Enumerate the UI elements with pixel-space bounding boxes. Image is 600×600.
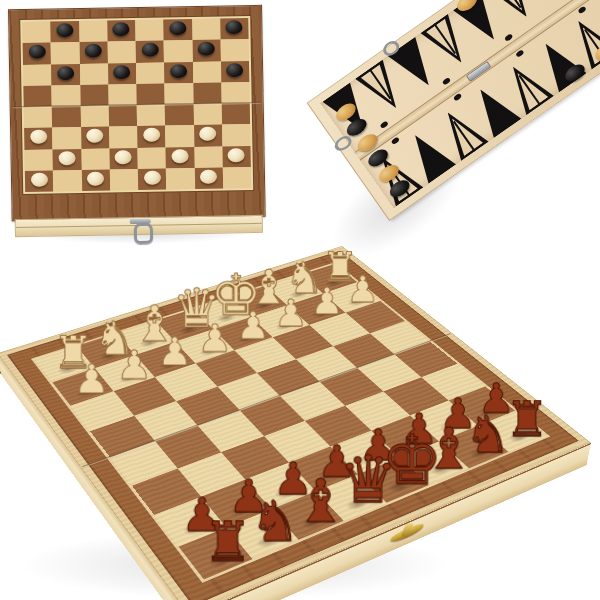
checkers-square-r3c6: [193, 82, 222, 104]
checkers-square-r4c7: [221, 103, 250, 125]
checkers-man-black: [85, 44, 102, 58]
chess-piece-white-pawn: ♟: [152, 333, 197, 370]
checkers-square-r3c2: [80, 84, 109, 106]
checkers-square-r2c1: [51, 63, 80, 85]
checkers-square-r3c0: [23, 85, 52, 107]
chess-square-r4c4: [280, 382, 344, 421]
checkers-square-r1c0: [23, 43, 52, 65]
checkers-man-black: [57, 66, 74, 80]
checkers-square-r3c3: [108, 84, 137, 106]
checkers-man-black: [226, 20, 243, 34]
checkers-square-r5c4: [137, 126, 166, 148]
checkers-square-r3c5: [165, 83, 194, 105]
checkers-man-white: [86, 129, 103, 143]
checkers-man-white: [199, 127, 216, 141]
checkers-man-white: [58, 151, 75, 165]
chess-playing-area: ♜♞♝♛♚♝♞♜♟♟♟♟♟♟♟♟♟♟♟♟♟♟♟♟♜♞♝♛♚♝♞♜: [35, 264, 546, 580]
checkers-square-r4c4: [137, 104, 166, 126]
checkers-square-r3c4: [136, 83, 165, 105]
checkers-man-black: [198, 42, 215, 56]
checkers-square-r3c7: [221, 82, 250, 104]
backgammon-inlay-dot: [453, 93, 462, 102]
checkers-square-r5c7: [222, 124, 251, 146]
checkers-square-r6c6: [194, 146, 223, 168]
checkers-square-r4c2: [80, 105, 109, 127]
checkers-square-r0c4: [135, 20, 164, 42]
checkers-man-white: [30, 130, 47, 144]
checkers-square-r6c2: [81, 148, 110, 170]
checkers-man-white: [228, 148, 245, 162]
checkers-square-r1c3: [107, 41, 136, 63]
checkers-square-r1c4: [136, 41, 165, 63]
checkers-square-r5c5: [165, 125, 194, 147]
checkers-square-r6c3: [109, 147, 138, 169]
checkers-man-white: [171, 149, 188, 163]
checkers-square-r4c3: [108, 105, 137, 127]
chess-piece-black-rook: ♜: [200, 517, 255, 569]
checkers-square-r2c7: [221, 61, 250, 83]
checkers-square-r2c5: [164, 62, 193, 84]
checkers-square-r3c1: [52, 85, 81, 107]
checkers-square-r0c3: [107, 20, 136, 42]
checkers-square-r6c0: [24, 149, 53, 171]
backgammon-inlay-dot: [515, 49, 524, 58]
checkers-square-r4c1: [52, 106, 81, 128]
checkers-man-black: [56, 23, 73, 37]
checkers-square-r0c1: [51, 21, 80, 43]
checkers-square-r5c0: [24, 128, 53, 150]
chess-scene: ♜♞♝♛♚♝♞♜♟♟♟♟♟♟♟♟♟♟♟♟♟♟♟♟♜♞♝♛♚♝♞♜: [64, 180, 496, 600]
checkers-square-r2c3: [108, 62, 137, 84]
checkers-square-r2c0: [23, 64, 52, 86]
chess-piece-white-pawn: ♟: [231, 308, 275, 344]
checkers-square-r7c0: [25, 170, 54, 192]
checkers-square-r2c6: [192, 61, 221, 83]
checkers-square-r1c1: [51, 42, 80, 64]
checkers-square-r6c4: [137, 147, 166, 169]
checkers-square-r5c3: [109, 126, 138, 148]
chess-board: ♜♞♝♛♚♝♞♜♟♟♟♟♟♟♟♟♟♟♟♟♟♟♟♟♜♞♝♛♚♝♞♜: [0, 246, 591, 600]
checkers-square-r5c6: [194, 125, 223, 147]
chess-piece-white-pawn: ♟: [269, 295, 312, 330]
checkers-man-white: [143, 128, 160, 142]
checkers-square-r1c6: [192, 40, 221, 62]
checkers-man-black: [113, 22, 130, 36]
checkers-square-r2c4: [136, 62, 165, 84]
checkers-square-r1c7: [220, 39, 249, 61]
checkers-square-r0c0: [22, 21, 51, 43]
checkers-square-r4c6: [193, 104, 222, 126]
chess-piece-black-knight: ♞: [248, 496, 302, 549]
checkers-man-black: [28, 45, 45, 59]
product-photo: ♜♞♝♛♚♝♞♜♟♟♟♟♟♟♟♟♟♟♟♟♟♟♟♟♜♞♝♛♚♝♞♜: [0, 0, 600, 600]
checkers-square-r6c7: [222, 146, 251, 168]
checkers-man-black: [170, 64, 187, 78]
backgammon-inlay-dot: [391, 136, 400, 145]
checkers-square-r1c5: [164, 40, 193, 62]
checkers-square-r6c1: [53, 148, 82, 170]
chess-piece-white-pawn: ♟: [68, 360, 115, 398]
checkers-square-r6c5: [166, 146, 195, 168]
checkers-man-black: [226, 63, 243, 77]
chess-piece-white-pawn: ♟: [111, 346, 157, 384]
checkers-square-r0c2: [79, 20, 108, 42]
checkers-square-r0c7: [220, 18, 249, 40]
checkers-square-r0c6: [192, 19, 221, 41]
checkers-square-r5c2: [81, 127, 110, 149]
checkers-square-r0c5: [163, 19, 192, 41]
checkers-man-black: [141, 43, 158, 57]
checkers-square-r5c1: [52, 127, 81, 149]
checkers-man-black: [169, 21, 186, 35]
chess-piece-white-pawn: ♟: [192, 320, 237, 356]
checkers-man-white: [30, 172, 47, 186]
checkers-man-white: [115, 150, 132, 164]
backgammon-point-top-6: [483, 0, 542, 28]
checkers-man-black: [113, 65, 130, 79]
checkers-square-r4c5: [165, 104, 194, 126]
backgammon-inlay-dot: [577, 6, 586, 15]
checkers-square-r4c0: [24, 106, 53, 128]
checkers-square-r1c2: [79, 42, 108, 64]
checkers-square-r2c2: [79, 63, 108, 85]
